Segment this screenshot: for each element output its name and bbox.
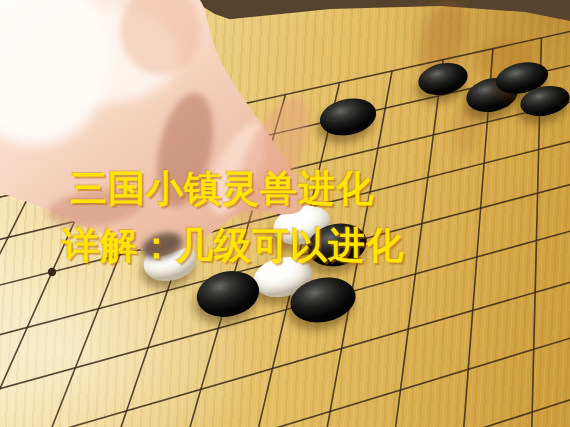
headline-line-2: 详解：几级可以进化 (62, 227, 404, 264)
go-photo-scene: 三国小镇灵兽进化 详解：几级可以进化 (0, 0, 570, 427)
hand (0, 0, 570, 427)
headline-line-1: 三国小镇灵兽进化 (70, 170, 374, 207)
